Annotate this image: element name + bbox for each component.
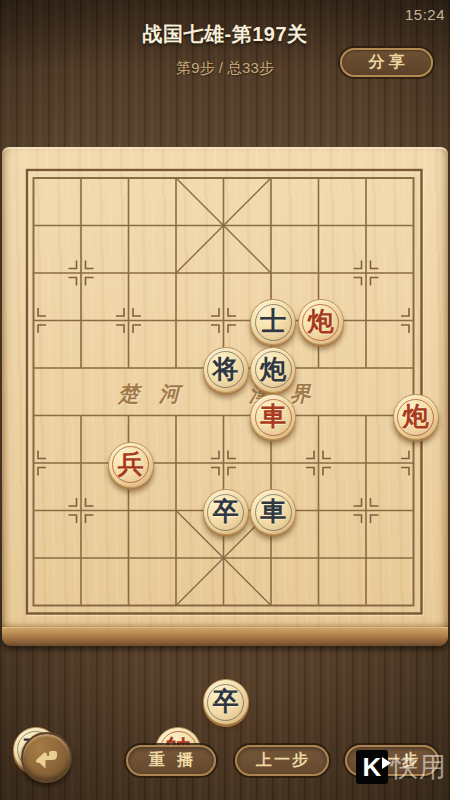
piece-red-chariot[interactable]: 車 — [250, 394, 296, 440]
piece-character: 兵 — [118, 443, 144, 487]
return-arrow-icon — [33, 744, 61, 772]
piece-black-chariot[interactable]: 車 — [250, 489, 296, 535]
kuaiyong-logo-notch — [382, 757, 391, 769]
piece-black-soldier[interactable]: 卒 — [203, 679, 249, 725]
piece-red-soldier[interactable]: 兵 — [108, 442, 154, 488]
piece-character: 炮 — [260, 348, 286, 392]
piece-black-advisor[interactable]: 士 — [250, 299, 296, 345]
watermark-text: 快用 — [391, 749, 447, 785]
previous-step-button[interactable]: 上一步 — [235, 745, 329, 776]
piece-black-soldier[interactable]: 卒 — [203, 489, 249, 535]
kuaiyong-watermark: K 快用 — [356, 749, 447, 785]
page-title: 战国七雄-第197关 — [0, 21, 450, 48]
piece-character: 炮 — [403, 395, 429, 439]
back-button[interactable] — [21, 732, 72, 783]
piece-red-cannon[interactable]: 炮 — [393, 394, 439, 440]
piece-black-cannon[interactable]: 炮 — [250, 347, 296, 393]
pieces-grid: 士炮将炮車炮兵卒車卒卒帥 — [12, 301, 440, 776]
share-button[interactable]: 分享 — [340, 48, 433, 77]
piece-character: 卒 — [213, 680, 239, 724]
piece-character: 士 — [260, 300, 286, 344]
piece-character: 卒 — [213, 490, 239, 534]
piece-black-general[interactable]: 将 — [203, 347, 249, 393]
replay-button[interactable]: 重播 — [126, 745, 216, 776]
kuaiyong-logo-letter: K — [363, 752, 382, 783]
piece-character: 炮 — [308, 300, 334, 344]
kuaiyong-logo-icon: K — [356, 750, 388, 784]
piece-red-cannon[interactable]: 炮 — [298, 299, 344, 345]
xiangqi-board[interactable]: 楚 河 漢 界 士炮将炮車炮兵卒車卒卒帥 — [2, 147, 448, 652]
piece-character: 将 — [213, 348, 239, 392]
piece-character: 車 — [260, 490, 286, 534]
piece-character: 車 — [260, 395, 286, 439]
